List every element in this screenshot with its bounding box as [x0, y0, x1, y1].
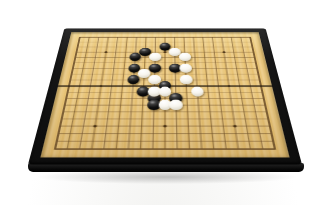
stones-layer: [40, 32, 289, 157]
white-stone[interactable]: [179, 63, 191, 72]
white-stone[interactable]: [170, 99, 183, 110]
white-stone[interactable]: [149, 53, 161, 61]
white-stone[interactable]: [148, 75, 161, 84]
photo-background: [0, 0, 326, 205]
black-stone[interactable]: [129, 53, 141, 61]
white-stone[interactable]: [180, 75, 193, 84]
black-stone[interactable]: [149, 63, 161, 72]
white-stone[interactable]: [179, 53, 191, 61]
go-board-frame: [28, 28, 302, 164]
white-stone[interactable]: [191, 87, 204, 97]
board-shadow: [38, 170, 296, 184]
go-board-surface[interactable]: [40, 32, 289, 157]
